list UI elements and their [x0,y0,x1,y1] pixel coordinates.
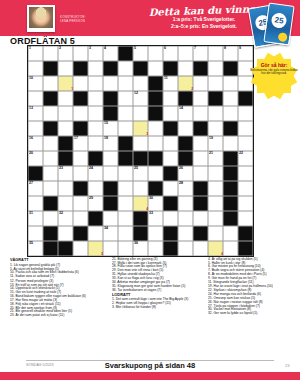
grid-cell-black [43,196,58,211]
grid-cell[interactable]: 21 [208,151,223,166]
grid-cell-black [118,136,133,151]
grid-cell[interactable] [238,166,253,181]
grid-cell[interactable] [58,106,73,121]
grid-cell[interactable]: 27 [28,181,43,196]
grid-cell[interactable] [58,226,73,241]
grid-cell[interactable]: 12 [133,91,148,106]
answer-coupon-note: Svarskupong på sidan 48 [0,361,300,370]
grid-cell[interactable]: 25 [133,166,148,181]
grid-cell[interactable] [118,211,133,226]
grid-cell[interactable] [118,121,133,136]
grid-cell-yellow[interactable]: 2 [178,76,193,91]
grid-cell[interactable] [163,136,178,151]
grid-cell[interactable] [88,136,103,151]
grid-cell[interactable] [88,226,103,241]
grid-cell[interactable] [118,61,133,76]
grid-cell-black [193,181,208,196]
grid-cell[interactable]: 34 [103,226,118,241]
grid-cell[interactable] [133,76,148,91]
lottery-ticket: 25 [263,2,294,45]
clue-item: 23. Är det som putat och ej kutar (11) [10,314,108,318]
grid-cell[interactable]: 32 [58,211,73,226]
grid-cell[interactable] [193,151,208,166]
grid-cell-black [163,196,178,211]
clues-column-3: 4. Är villig att ta på sig skulden (5)5.… [208,257,296,363]
grid-cell[interactable] [238,196,253,211]
grid-cell[interactable]: 14 [178,106,193,121]
grid-cell[interactable]: 18 [103,136,118,151]
grid-cell[interactable] [208,46,223,61]
grid-cell-black [43,241,58,256]
grid-cell[interactable] [43,46,58,61]
grid-cell-black [58,136,73,151]
cell-number: 2 [59,46,61,50]
grid-cell[interactable] [208,166,223,181]
grid-cell[interactable]: 36 [133,241,148,256]
across-clue-list: 25. Bättring eller en gärning (3)27. Myl… [112,257,206,292]
grid-cell[interactable] [208,181,223,196]
grid-cell[interactable]: 11 [163,76,178,91]
grid-cell[interactable]: 23 [58,166,73,181]
grid-cell-black [223,151,238,166]
grid-cell-black [193,121,208,136]
across-clue-list: 1. Lik någon general gråblå pik (7)5. Av… [10,263,108,318]
clue-item: 36. Tar överbalansen åt vägen (7) [112,288,206,292]
grid-cell[interactable]: 6 [163,46,178,61]
grid-cell[interactable] [43,166,58,181]
grid-cell[interactable] [43,76,58,91]
grid-cell-black [178,91,193,106]
grid-cell[interactable]: 26 [178,166,193,181]
credit-line-2: LENA PERSSON [60,19,86,23]
grid-cell[interactable]: 17 [73,136,88,151]
grid-cell[interactable] [148,46,163,61]
grid-cell[interactable] [208,226,223,241]
grid-cell[interactable]: 4 [103,46,118,61]
grid-cell-black [163,241,178,256]
grid-cell-black [178,151,193,166]
grid-cell[interactable] [118,181,133,196]
prize-block: Detta kan du vinna: 1:a pris: Två Sverig… [148,5,260,29]
grid-cell[interactable] [178,46,193,61]
cell-number: 9 [239,46,241,50]
grid-cell[interactable] [28,196,43,211]
grid-cell[interactable] [118,226,133,241]
grid-cell[interactable] [58,196,73,211]
cell-number: 16 [29,136,33,140]
down-heading: LODRÄTT [112,293,206,298]
clue-item: 32. Ger som få lydde av löpstil (5) [208,312,296,316]
grid-cell-black [103,196,118,211]
grid-cell[interactable]: 7 [193,46,208,61]
grid-cell[interactable] [103,166,118,181]
grid-cell-yellow[interactable]: 1 [58,76,73,91]
grid-cell-black [223,166,238,181]
grid-cell-black [223,196,238,211]
grid-cell[interactable]: 5 [133,46,148,61]
grid-cell[interactable] [43,181,58,196]
grid-cell[interactable] [43,211,58,226]
cell-number: 7 [194,46,196,50]
grid-cell[interactable] [118,76,133,91]
grid-cell-black [238,226,253,241]
grid-cell[interactable] [208,121,223,136]
grid-cell[interactable] [103,211,118,226]
grid-cell[interactable] [118,196,133,211]
grid-cell-black [163,61,178,76]
cell-number: 28 [179,181,183,185]
grid-cell[interactable] [223,76,238,91]
grid-cell[interactable] [178,196,193,211]
cell-number: 36 [134,241,138,245]
grid-cell-black [103,106,118,121]
grid-cell[interactable] [43,106,58,121]
cell-number: 35 [29,241,33,245]
grid-cell[interactable]: 8 [223,46,238,61]
grid-cell[interactable] [223,106,238,121]
clue-item: 3. Min i biltonas för händer (8) [112,305,206,309]
grid-cell[interactable] [73,211,88,226]
cell-number: 23 [59,166,63,170]
grid-cell[interactable] [208,196,223,211]
grid-cell-black [118,151,133,166]
cell-number: 3 [89,46,91,50]
grid-cell[interactable] [163,106,178,121]
cell-number: 30 [149,196,153,200]
grid-cell[interactable] [43,151,58,166]
grid-cell[interactable] [223,226,238,241]
grid-cell[interactable] [73,106,88,121]
grid-cell[interactable]: 30 [148,196,163,211]
ticket-sun-icon [278,32,288,42]
grid-cell-black [223,211,238,226]
grid-cell-black [88,151,103,166]
grid-cell-black [73,181,88,196]
grid-cell[interactable] [208,211,223,226]
grid-cell[interactable] [103,241,118,256]
grid-cell[interactable] [88,181,103,196]
grid-cell-yellow[interactable]: 3 [133,121,148,136]
grid-cell-black [58,151,73,166]
cell-number: 21 [209,151,213,155]
grid-cell[interactable] [193,166,208,181]
grid-cell-black [133,61,148,76]
grid-cell[interactable] [118,91,133,106]
cell-number: 8 [224,46,226,50]
grid-cell-black [43,226,58,241]
grid-cell-black [73,91,88,106]
cell-number: 32 [59,211,63,215]
cell-number: 4 [104,46,106,50]
grid-cell[interactable] [148,241,163,256]
grid-cell[interactable]: 13 [28,106,43,121]
grid-cell[interactable]: 1 [28,46,43,61]
grid-cell[interactable] [73,151,88,166]
cell-number: 14 [179,106,183,110]
grid-cell-black [103,91,118,106]
grid-cell-black [103,181,118,196]
cell-number: 33 [149,211,153,215]
grid-cell[interactable] [178,121,193,136]
grid-cell-black [133,211,148,226]
grid-cell[interactable] [148,61,163,76]
grid-cell[interactable]: 20 [28,151,43,166]
grid-cell[interactable] [118,241,133,256]
grid-cell[interactable]: 31 [28,211,43,226]
grid-cell-yellow[interactable]: 4 [133,196,148,211]
grid-cell[interactable] [193,91,208,106]
grid-cell[interactable] [103,151,118,166]
grid-cell[interactable]: 33 [148,211,163,226]
prize-line-2: 2:a–5:e pris: En Sverigelott. [148,23,260,30]
grid-cell[interactable] [43,136,58,151]
grid-cell[interactable] [193,76,208,91]
grid-cell[interactable] [238,211,253,226]
cell-number: 34 [104,226,108,230]
howto-starburst: Gör så här: Bokstäverna i de gula rutorn… [250,42,298,110]
grid-cell[interactable] [238,181,253,196]
grid-cell-black [43,61,58,76]
grid-cell[interactable] [28,91,43,106]
grid-cell[interactable] [238,121,253,136]
grid-cell[interactable]: 2 [58,46,73,61]
cell-number: 5 [134,46,136,50]
grid-cell[interactable]: 10 [28,76,43,91]
grid-cell[interactable] [178,226,193,241]
grid-cell-black [223,181,238,196]
grid-cell[interactable] [28,121,43,136]
grid-cell[interactable] [208,106,223,121]
constructor-photo [27,5,55,32]
grid-cell-black [43,91,58,106]
grid-cell[interactable] [163,181,178,196]
grid-cell[interactable] [73,241,88,256]
grid-cell-black [73,121,88,136]
grid-cell[interactable] [88,121,103,136]
grid-cell[interactable]: 16 [28,136,43,151]
grid-cell[interactable]: 19 [208,136,223,151]
grid-cell-black [223,121,238,136]
grid-cell[interactable] [163,91,178,106]
grid-cell[interactable] [73,76,88,91]
cell-number: 6 [164,46,166,50]
grid-cell[interactable] [178,211,193,226]
grid-cell-black [43,121,58,136]
down-clue-list: 4. Är villig att ta på sig skulden (5)5.… [208,257,296,315]
grid-cell[interactable] [118,106,133,121]
grid-cell-black [208,91,223,106]
grid-cell-yellow[interactable]: 6 [208,241,223,256]
grid-cell[interactable] [163,151,178,166]
grid-cell[interactable] [73,46,88,61]
grid-cell[interactable] [88,106,103,121]
grid-cell-black [148,76,163,91]
cell-number: 26 [179,166,183,170]
grid-cell[interactable] [238,136,253,151]
cell-number: 12 [134,91,138,95]
grid-cell-black [238,241,253,256]
grid-cell[interactable] [193,136,208,151]
crossword-grid[interactable]: 1234567891011121213141531617181920212223… [27,45,254,257]
clues-column-1: VÅGRÄTT 1. Lik någon general gråblå pik … [10,257,108,366]
cell-number: 13 [29,106,33,110]
grid-cell[interactable]: 35 [28,241,43,256]
cell-number: 17 [74,136,78,140]
grid-cell[interactable] [148,226,163,241]
cell-number: 25 [134,166,138,170]
grid-cell[interactable] [193,211,208,226]
footer-red-bar [0,372,300,380]
grid-cell[interactable] [208,61,223,76]
cell-number: 18 [104,136,108,140]
grid-cell-black [73,61,88,76]
cell-number: 31 [29,211,33,215]
grid-cell[interactable] [148,121,163,136]
grid-cell-yellow[interactable]: 5 [88,241,103,256]
grid-cell[interactable] [208,76,223,91]
grid-cell[interactable] [73,166,88,181]
grid-cell[interactable] [133,106,148,121]
grid-cell-black [193,196,208,211]
grid-cell[interactable] [118,166,133,181]
grid-cell-black [28,166,43,181]
portrait-image [29,7,53,28]
clues-column-2: 25. Bättring eller en gärning (3)27. Myl… [112,257,206,352]
grid-cell[interactable] [58,91,73,106]
howto-text: Gör så här: Bokstäverna i de gula rutorn… [250,62,298,82]
cell-number: 24 [89,166,93,170]
ticket-value-badge: 25 [271,12,288,29]
grid-cell[interactable]: 28 [178,181,193,196]
grid-cell-black [148,91,163,106]
cell-number: 20 [29,151,33,155]
grid-cell[interactable]: 15 [103,121,118,136]
constructor-credit: KONSTRUKTÖR: LENA PERSSON [60,15,86,23]
lottery-tickets: 25 25 [249,2,297,50]
magazine-crossword-page: KONSTRUKTÖR: LENA PERSSON Detta kan du v… [0,0,300,380]
grid-cell[interactable] [178,61,193,76]
grid-cell-black [133,226,148,241]
grid-cell-black [133,151,148,166]
grid-cell[interactable] [148,136,163,151]
grid-cell[interactable]: 22 [238,151,253,166]
grid-cell[interactable] [193,241,208,256]
grid-cell[interactable] [163,211,178,226]
grid-cell-black [193,226,208,241]
across-heading: VÅGRÄTT [10,258,108,263]
grid-cell[interactable]: 29 [88,196,103,211]
cell-number: 15 [104,121,108,125]
grid-cell[interactable] [88,76,103,91]
grid-cell-black [73,226,88,241]
grid-cell[interactable] [223,91,238,106]
grid-cell[interactable] [73,196,88,211]
cell-number: 27 [29,181,33,185]
grid-cell[interactable] [133,181,148,196]
grid-cell-black [118,46,133,61]
grid-cell-black [163,121,178,136]
grid-cell-black [223,61,238,76]
grid-cell-black [193,61,208,76]
grid-cell-black [103,61,118,76]
grid-cell[interactable] [193,106,208,121]
grid-cell[interactable] [58,181,73,196]
grid-cell[interactable] [133,136,148,151]
cell-number: 1 [29,46,31,50]
grid-cell-black [148,151,163,166]
grid-cell[interactable] [223,241,238,256]
cell-number: 19 [209,136,213,140]
grid-cell[interactable] [88,61,103,76]
cell-number: 11 [164,76,168,80]
grid-cell[interactable] [28,61,43,76]
grid-cell[interactable]: 24 [88,166,103,181]
grid-cell[interactable] [223,136,238,151]
clues-section: VÅGRÄTT 1. Lik någon general gråblå pik … [0,257,300,359]
grid-cell-black [148,106,163,121]
howto-body: Bokstäverna i de gula rutorna bildar här… [250,68,298,75]
grid-cell[interactable] [28,226,43,241]
grid-cell-black [148,181,163,196]
grid-cell[interactable] [58,121,73,136]
cell-number: 10 [29,76,33,80]
grid-cell-black [163,166,178,181]
grid-cell[interactable] [58,61,73,76]
grid-cell[interactable] [103,76,118,91]
grid-cell[interactable]: 3 [88,46,103,61]
grid-cell[interactable] [148,166,163,181]
grid-cell[interactable] [178,241,193,256]
grid-cell-black [58,241,73,256]
cell-number: 29 [89,196,93,200]
grid-cell[interactable] [88,91,103,106]
down-clue-list: 1. Det som centralt läge i som inte The … [112,298,206,310]
grid-cell-black [88,211,103,226]
grid-cell-black [163,226,178,241]
cell-number: 22 [239,151,243,155]
page-number: 23 [285,363,290,367]
grid-cell-black [178,136,193,151]
